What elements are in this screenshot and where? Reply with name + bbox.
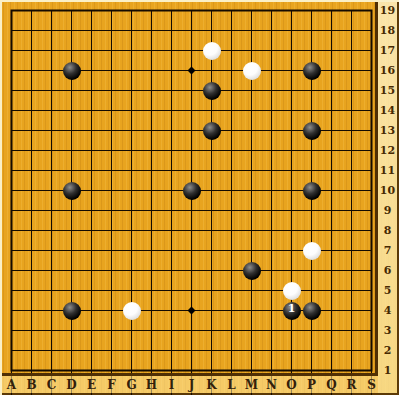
row-label-11: 11 — [378, 164, 397, 178]
row-label-2: 2 — [378, 344, 397, 358]
column-label-O: O — [282, 378, 302, 392]
stone-white-P7[interactable] — [303, 242, 321, 260]
stone-black-J10[interactable] — [183, 182, 201, 200]
column-label-L: L — [222, 378, 242, 392]
column-label-Q: Q — [322, 378, 342, 392]
column-label-E: E — [82, 378, 102, 392]
column-label-D: D — [62, 378, 82, 392]
column-label-R: R — [342, 378, 362, 392]
column-label-A: A — [2, 378, 22, 392]
column-label-K: K — [202, 378, 222, 392]
row-label-10: 10 — [378, 184, 397, 198]
column-label-M: M — [242, 378, 262, 392]
go-board[interactable]: 1 — [0, 0, 377, 375]
go-board-panel: 1 ABCDEFGHIJKLMNOPQRS1918171615141312111… — [0, 0, 399, 395]
column-label-B: B — [22, 378, 42, 392]
row-label-5: 5 — [378, 284, 397, 298]
stone-black-D4[interactable] — [63, 302, 81, 320]
column-label-G: G — [122, 378, 142, 392]
row-label-8: 8 — [378, 224, 397, 238]
column-label-P: P — [302, 378, 322, 392]
stone-white-K17[interactable] — [203, 42, 221, 60]
stone-white-G4[interactable] — [123, 302, 141, 320]
row-label-6: 6 — [378, 264, 397, 278]
row-label-14: 14 — [378, 104, 397, 118]
stone-black-K15[interactable] — [203, 82, 221, 100]
row-label-13: 13 — [378, 124, 397, 138]
stone-black-M6[interactable] — [243, 262, 261, 280]
column-label-C: C — [42, 378, 62, 392]
column-label-S: S — [362, 378, 382, 392]
row-label-18: 18 — [378, 24, 397, 38]
stone-white-O5[interactable] — [283, 282, 301, 300]
row-label-7: 7 — [378, 244, 397, 258]
column-label-F: F — [102, 378, 122, 392]
stone-black-D10[interactable] — [63, 182, 81, 200]
column-label-N: N — [262, 378, 282, 392]
row-label-3: 3 — [378, 324, 397, 338]
stone-black-D16[interactable] — [63, 62, 81, 80]
stone-black-P10[interactable] — [303, 182, 321, 200]
row-label-17: 17 — [378, 44, 397, 58]
stone-black-P4[interactable] — [303, 302, 321, 320]
column-label-J: J — [182, 378, 202, 392]
move-number-label: 1 — [283, 302, 301, 320]
stone-black-P16[interactable] — [303, 62, 321, 80]
stone-black-K13[interactable] — [203, 122, 221, 140]
row-label-19: 19 — [378, 4, 397, 18]
row-label-12: 12 — [378, 144, 397, 158]
row-label-15: 15 — [378, 84, 397, 98]
stone-black-P13[interactable] — [303, 122, 321, 140]
column-label-H: H — [142, 378, 162, 392]
row-label-4: 4 — [378, 304, 397, 318]
row-label-16: 16 — [378, 64, 397, 78]
row-label-1: 1 — [378, 364, 397, 378]
column-label-I: I — [162, 378, 182, 392]
stone-white-M16[interactable] — [243, 62, 261, 80]
stone-black-O4[interactable]: 1 — [283, 302, 301, 320]
row-label-9: 9 — [378, 204, 397, 218]
